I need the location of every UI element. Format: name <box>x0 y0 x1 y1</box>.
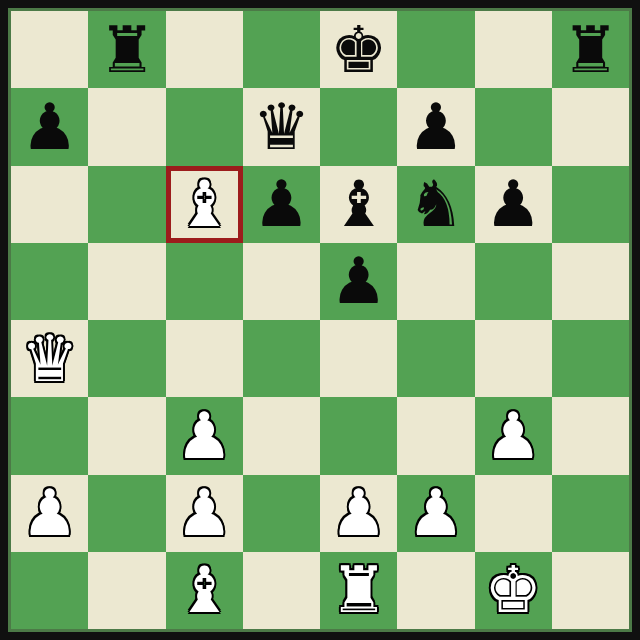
square-d2[interactable] <box>243 475 320 552</box>
square-c1[interactable]: ♝ <box>166 552 243 629</box>
square-g7[interactable] <box>475 88 552 165</box>
square-c3[interactable]: ♟ <box>166 397 243 474</box>
black-pawn-icon[interactable]: ♟ <box>475 166 552 243</box>
white-pawn-icon[interactable]: ♟ <box>475 397 552 474</box>
square-b4[interactable] <box>88 320 165 397</box>
black-pawn-icon[interactable]: ♟ <box>397 88 474 165</box>
square-b6[interactable] <box>88 166 165 243</box>
square-d3[interactable] <box>243 397 320 474</box>
square-d4[interactable] <box>243 320 320 397</box>
square-f2[interactable]: ♟ <box>397 475 474 552</box>
black-rook-icon[interactable]: ♜ <box>88 11 165 88</box>
square-a8[interactable] <box>11 11 88 88</box>
black-rook-icon[interactable]: ♜ <box>552 11 629 88</box>
square-b8[interactable]: ♜ <box>88 11 165 88</box>
square-c7[interactable] <box>166 88 243 165</box>
square-g2[interactable] <box>475 475 552 552</box>
black-pawn-icon[interactable]: ♟ <box>11 88 88 165</box>
square-b5[interactable] <box>88 243 165 320</box>
black-knight-icon[interactable]: ♞ <box>397 166 474 243</box>
square-e4[interactable] <box>320 320 397 397</box>
square-e6[interactable]: ♝ <box>320 166 397 243</box>
chessboard-window: ♜♚♜♟♛♟♝♟♝♞♟♟♛♟♟♟♟♟♟♝♜♚ <box>0 0 640 640</box>
square-g3[interactable]: ♟ <box>475 397 552 474</box>
square-c6[interactable]: ♝ <box>166 166 243 243</box>
square-e8[interactable]: ♚ <box>320 11 397 88</box>
chess-board: ♜♚♜♟♛♟♝♟♝♞♟♟♛♟♟♟♟♟♟♝♜♚ <box>11 11 629 629</box>
square-c4[interactable] <box>166 320 243 397</box>
square-d5[interactable] <box>243 243 320 320</box>
square-d6[interactable]: ♟ <box>243 166 320 243</box>
square-c2[interactable]: ♟ <box>166 475 243 552</box>
square-h5[interactable] <box>552 243 629 320</box>
white-pawn-icon[interactable]: ♟ <box>397 475 474 552</box>
square-b7[interactable] <box>88 88 165 165</box>
square-a5[interactable] <box>11 243 88 320</box>
square-f5[interactable] <box>397 243 474 320</box>
black-bishop-icon[interactable]: ♝ <box>320 166 397 243</box>
white-pawn-icon[interactable]: ♟ <box>166 397 243 474</box>
square-e3[interactable] <box>320 397 397 474</box>
square-f7[interactable]: ♟ <box>397 88 474 165</box>
square-e7[interactable] <box>320 88 397 165</box>
square-e2[interactable]: ♟ <box>320 475 397 552</box>
square-f4[interactable] <box>397 320 474 397</box>
square-c8[interactable] <box>166 11 243 88</box>
white-pawn-icon[interactable]: ♟ <box>166 475 243 552</box>
white-bishop-icon[interactable]: ♝ <box>166 166 243 243</box>
square-a7[interactable]: ♟ <box>11 88 88 165</box>
square-d8[interactable] <box>243 11 320 88</box>
square-h7[interactable] <box>552 88 629 165</box>
square-e5[interactable]: ♟ <box>320 243 397 320</box>
square-a1[interactable] <box>11 552 88 629</box>
white-rook-icon[interactable]: ♜ <box>320 552 397 629</box>
square-h4[interactable] <box>552 320 629 397</box>
white-pawn-icon[interactable]: ♟ <box>320 475 397 552</box>
white-queen-icon[interactable]: ♛ <box>11 320 88 397</box>
square-a4[interactable]: ♛ <box>11 320 88 397</box>
square-g4[interactable] <box>475 320 552 397</box>
square-c5[interactable] <box>166 243 243 320</box>
square-g8[interactable] <box>475 11 552 88</box>
square-a2[interactable]: ♟ <box>11 475 88 552</box>
square-f8[interactable] <box>397 11 474 88</box>
square-g6[interactable]: ♟ <box>475 166 552 243</box>
square-h6[interactable] <box>552 166 629 243</box>
black-pawn-icon[interactable]: ♟ <box>243 166 320 243</box>
square-h1[interactable] <box>552 552 629 629</box>
white-pawn-icon[interactable]: ♟ <box>11 475 88 552</box>
white-bishop-icon[interactable]: ♝ <box>166 552 243 629</box>
square-e1[interactable]: ♜ <box>320 552 397 629</box>
square-d1[interactable] <box>243 552 320 629</box>
square-b3[interactable] <box>88 397 165 474</box>
square-d7[interactable]: ♛ <box>243 88 320 165</box>
square-b2[interactable] <box>88 475 165 552</box>
square-g5[interactable] <box>475 243 552 320</box>
square-f6[interactable]: ♞ <box>397 166 474 243</box>
square-a6[interactable] <box>11 166 88 243</box>
black-pawn-icon[interactable]: ♟ <box>320 243 397 320</box>
square-b1[interactable] <box>88 552 165 629</box>
square-g1[interactable]: ♚ <box>475 552 552 629</box>
square-h3[interactable] <box>552 397 629 474</box>
square-h8[interactable]: ♜ <box>552 11 629 88</box>
black-queen-icon[interactable]: ♛ <box>243 88 320 165</box>
square-f3[interactable] <box>397 397 474 474</box>
board-frame: ♜♚♜♟♛♟♝♟♝♞♟♟♛♟♟♟♟♟♟♝♜♚ <box>8 8 632 632</box>
black-king-icon[interactable]: ♚ <box>320 11 397 88</box>
square-f1[interactable] <box>397 552 474 629</box>
square-a3[interactable] <box>11 397 88 474</box>
white-king-icon[interactable]: ♚ <box>475 552 552 629</box>
square-h2[interactable] <box>552 475 629 552</box>
